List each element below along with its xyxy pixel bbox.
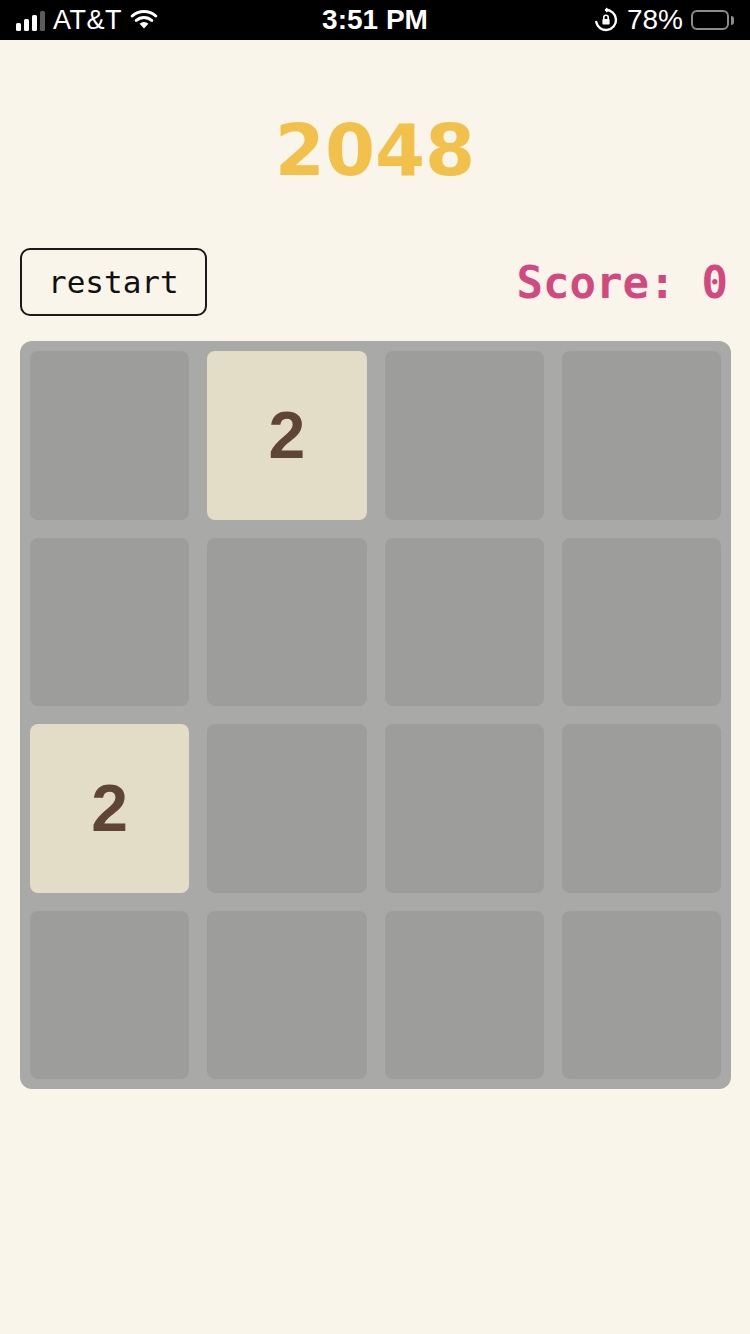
wifi-icon (130, 9, 158, 31)
empty-cell (385, 351, 544, 520)
page-title: 2048 (0, 114, 750, 186)
empty-cell (207, 911, 366, 1080)
rotation-lock-icon (593, 7, 619, 33)
empty-cell (30, 911, 189, 1080)
empty-cell (562, 911, 721, 1080)
restart-button[interactable]: restart (20, 248, 207, 316)
empty-cell (562, 724, 721, 893)
empty-cell (385, 911, 544, 1080)
status-bar-right: 78% (593, 4, 734, 36)
controls-row: restart Score:0 (20, 248, 728, 316)
status-bar: AT&T 3:51 PM 78% (0, 0, 750, 40)
empty-cell (30, 538, 189, 707)
cellular-signal-icon (16, 9, 45, 31)
tile-2: 2 (207, 351, 366, 520)
score-value: 0 (702, 257, 729, 308)
score-label: Score: (517, 257, 676, 308)
empty-cell (385, 538, 544, 707)
battery-icon (691, 10, 734, 30)
empty-cell (385, 724, 544, 893)
board[interactable]: 22 (20, 341, 731, 1089)
empty-cell (562, 538, 721, 707)
tile-2: 2 (30, 724, 189, 893)
carrier-label: AT&T (53, 5, 122, 36)
empty-cell (562, 351, 721, 520)
score-display: Score:0 (517, 257, 728, 308)
empty-cell (207, 724, 366, 893)
app-screen: AT&T 3:51 PM 78% (0, 0, 750, 1334)
status-bar-left: AT&T (16, 5, 158, 36)
empty-cell (30, 351, 189, 520)
empty-cell (207, 538, 366, 707)
battery-percent-label: 78% (627, 4, 683, 36)
